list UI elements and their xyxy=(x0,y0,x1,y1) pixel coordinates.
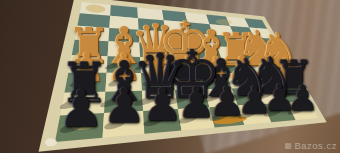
watermark: ▦ Bazos.cz xyxy=(284,140,337,151)
pieces-layer: ♜♝♛♚♝♜♞♞♟♟♟♟♟♟♟♟♜♝♛♚♝♞♞♜♟♟♟♟♟♟♟♟ xyxy=(0,0,340,153)
black-pawn: ♟ xyxy=(58,83,104,134)
black-pawn: ♟ xyxy=(142,82,182,127)
black-pawn: ♟ xyxy=(103,82,146,130)
bazos-logo-icon: ▦ xyxy=(284,141,292,150)
watermark-text: Bazos.cz xyxy=(294,140,337,151)
black-pawn: ♟ xyxy=(177,81,215,124)
photo-scene: ♜♝♛♚♝♜♞♞♟♟♟♟♟♟♟♟♜♝♛♚♝♞♞♜♟♟♟♟♟♟♟♟ ▦ Bazos… xyxy=(0,0,340,153)
